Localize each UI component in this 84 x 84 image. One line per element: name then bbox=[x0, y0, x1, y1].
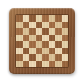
chessboard bbox=[9, 8, 75, 74]
board-grid bbox=[16, 15, 68, 67]
board-square bbox=[62, 61, 69, 68]
photo-background bbox=[0, 0, 84, 84]
